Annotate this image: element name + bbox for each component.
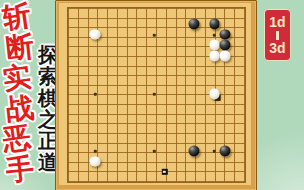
banner-char: 手 [4, 153, 35, 186]
board-intersections [62, 2, 251, 187]
white-stone [220, 50, 231, 61]
black-stone [220, 29, 231, 40]
star-point [94, 93, 97, 96]
board-surface [59, 3, 251, 185]
black-stone [189, 146, 200, 157]
star-point [153, 33, 156, 36]
rank-bottom: 3d [269, 41, 285, 56]
square-marker-center [163, 171, 165, 173]
banner-char: 斩 [1, 0, 33, 34]
square-marker [161, 169, 167, 175]
star-point [153, 150, 156, 153]
star-point [213, 150, 216, 153]
rank-separator-bar [276, 31, 279, 40]
black-stone [209, 19, 220, 30]
white-stone [209, 50, 220, 61]
white-stone [90, 156, 101, 167]
white-stone [209, 89, 220, 100]
black-stone [220, 40, 231, 51]
go-board[interactable] [55, 0, 257, 190]
white-stone [90, 29, 101, 40]
video-thumbnail[interactable]: 斩断实战恶手 探索棋之正道 1d 3d [0, 0, 304, 190]
black-stone [220, 146, 231, 157]
star-point [213, 33, 216, 36]
rank-top: 1d [269, 15, 285, 30]
black-stone [189, 19, 200, 30]
star-point [94, 150, 97, 153]
rank-badge: 1d 3d [264, 9, 291, 61]
banner-char: 实 [1, 62, 33, 96]
banner-char: 战 [4, 92, 35, 125]
white-stone [209, 40, 220, 51]
star-point [153, 93, 156, 96]
banner-char: 断 [4, 31, 35, 64]
banner-primary: 斩断实战恶手 [0, 2, 36, 186]
